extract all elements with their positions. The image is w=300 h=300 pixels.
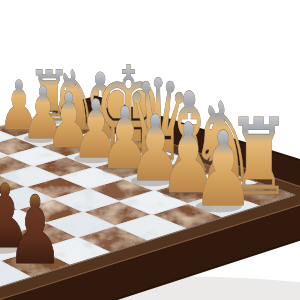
piece-black-pawn-a7: ♟ (7, 176, 63, 285)
chess-board-scene: ♜♟♞♟♝♟♚♟♛♟♝♟♞♟♜♟♟♟♟ (0, 0, 300, 300)
piece-white-pawn-a2: ♟ (192, 109, 253, 229)
chess-set-photo: Luxury chess set: silver and maple White… (0, 0, 300, 300)
